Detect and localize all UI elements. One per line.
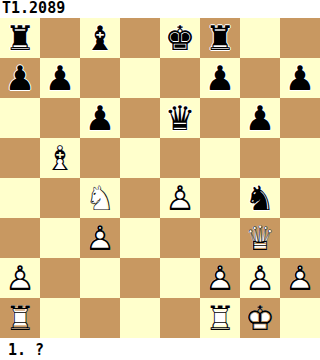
square-d7[interactable] (120, 58, 160, 98)
piece-outline-layer: ♙ (280, 258, 320, 298)
square-c5[interactable] (80, 138, 120, 178)
square-g2[interactable]: ♟♙ (240, 258, 280, 298)
piece-black-pawn[interactable]: ♟ (0, 58, 40, 98)
square-d5[interactable] (120, 138, 160, 178)
piece-outline-layer: ♕ (240, 218, 280, 258)
square-a5[interactable] (0, 138, 40, 178)
square-g7[interactable] (240, 58, 280, 98)
square-g4[interactable]: ♞ (240, 178, 280, 218)
square-f5[interactable] (200, 138, 240, 178)
square-b3[interactable] (40, 218, 80, 258)
piece-white-pawn[interactable]: ♟♙ (280, 258, 320, 298)
chess-board: ♜♝♚♜♟♟♟♟♟♛♟♝♗♞♘♟♙♞♟♙♛♕♟♙♟♙♟♙♟♙♜♖♜♖♚♔ (0, 18, 320, 338)
square-e2[interactable] (160, 258, 200, 298)
piece-black-king[interactable]: ♚ (160, 18, 200, 58)
piece-outline-layer: ♙ (240, 258, 280, 298)
square-e8[interactable]: ♚ (160, 18, 200, 58)
square-e1[interactable] (160, 298, 200, 338)
square-h5[interactable] (280, 138, 320, 178)
square-a4[interactable] (0, 178, 40, 218)
piece-black-queen[interactable]: ♛ (160, 98, 200, 138)
piece-outline-layer: ♗ (40, 138, 80, 178)
square-b2[interactable] (40, 258, 80, 298)
square-b5[interactable]: ♝♗ (40, 138, 80, 178)
piece-black-knight[interactable]: ♞ (240, 178, 280, 218)
square-d6[interactable] (120, 98, 160, 138)
piece-black-pawn[interactable]: ♟ (200, 58, 240, 98)
square-c4[interactable]: ♞♘ (80, 178, 120, 218)
square-f1[interactable]: ♜♖ (200, 298, 240, 338)
piece-black-bishop[interactable]: ♝ (80, 18, 120, 58)
square-f4[interactable] (200, 178, 240, 218)
square-b1[interactable] (40, 298, 80, 338)
move-prompt: 1. ? (0, 338, 320, 360)
square-c3[interactable]: ♟♙ (80, 218, 120, 258)
square-c8[interactable]: ♝ (80, 18, 120, 58)
square-h8[interactable] (280, 18, 320, 58)
square-f8[interactable]: ♜ (200, 18, 240, 58)
square-e3[interactable] (160, 218, 200, 258)
square-a1[interactable]: ♜♖ (0, 298, 40, 338)
square-f7[interactable]: ♟ (200, 58, 240, 98)
square-d4[interactable] (120, 178, 160, 218)
piece-outline-layer: ♖ (0, 298, 40, 338)
square-c2[interactable] (80, 258, 120, 298)
square-g8[interactable] (240, 18, 280, 58)
piece-white-king[interactable]: ♚♔ (240, 298, 280, 338)
square-d3[interactable] (120, 218, 160, 258)
piece-black-pawn[interactable]: ♟ (280, 58, 320, 98)
piece-black-rook[interactable]: ♜ (0, 18, 40, 58)
square-h6[interactable] (280, 98, 320, 138)
square-b8[interactable] (40, 18, 80, 58)
piece-white-pawn[interactable]: ♟♙ (0, 258, 40, 298)
piece-black-rook[interactable]: ♜ (200, 18, 240, 58)
square-h4[interactable] (280, 178, 320, 218)
square-c7[interactable] (80, 58, 120, 98)
puzzle-title: T1.2089 (0, 0, 320, 18)
square-e6[interactable]: ♛ (160, 98, 200, 138)
square-e5[interactable] (160, 138, 200, 178)
square-f6[interactable] (200, 98, 240, 138)
square-a6[interactable] (0, 98, 40, 138)
piece-white-knight[interactable]: ♞♘ (80, 178, 120, 218)
square-e4[interactable]: ♟♙ (160, 178, 200, 218)
square-h3[interactable] (280, 218, 320, 258)
square-a2[interactable]: ♟♙ (0, 258, 40, 298)
piece-outline-layer: ♖ (200, 298, 240, 338)
piece-black-pawn[interactable]: ♟ (240, 98, 280, 138)
square-a3[interactable] (0, 218, 40, 258)
square-a7[interactable]: ♟ (0, 58, 40, 98)
piece-outline-layer: ♙ (0, 258, 40, 298)
piece-white-rook[interactable]: ♜♖ (0, 298, 40, 338)
square-h1[interactable] (280, 298, 320, 338)
square-f2[interactable]: ♟♙ (200, 258, 240, 298)
piece-outline-layer: ♙ (200, 258, 240, 298)
square-d8[interactable] (120, 18, 160, 58)
piece-white-queen[interactable]: ♛♕ (240, 218, 280, 258)
square-b6[interactable] (40, 98, 80, 138)
piece-white-bishop[interactable]: ♝♗ (40, 138, 80, 178)
square-g5[interactable] (240, 138, 280, 178)
square-h7[interactable]: ♟ (280, 58, 320, 98)
piece-white-pawn[interactable]: ♟♙ (240, 258, 280, 298)
square-f3[interactable] (200, 218, 240, 258)
square-a8[interactable]: ♜ (0, 18, 40, 58)
piece-white-pawn[interactable]: ♟♙ (160, 178, 200, 218)
square-g6[interactable]: ♟ (240, 98, 280, 138)
piece-outline-layer: ♙ (80, 218, 120, 258)
square-b7[interactable]: ♟ (40, 58, 80, 98)
square-d2[interactable] (120, 258, 160, 298)
square-d1[interactable] (120, 298, 160, 338)
square-h2[interactable]: ♟♙ (280, 258, 320, 298)
square-c1[interactable] (80, 298, 120, 338)
piece-outline-layer: ♙ (160, 178, 200, 218)
piece-white-pawn[interactable]: ♟♙ (200, 258, 240, 298)
square-b4[interactable] (40, 178, 80, 218)
square-e7[interactable] (160, 58, 200, 98)
piece-white-pawn[interactable]: ♟♙ (80, 218, 120, 258)
piece-black-pawn[interactable]: ♟ (80, 98, 120, 138)
piece-white-rook[interactable]: ♜♖ (200, 298, 240, 338)
square-c6[interactable]: ♟ (80, 98, 120, 138)
piece-black-pawn[interactable]: ♟ (40, 58, 80, 98)
square-g3[interactable]: ♛♕ (240, 218, 280, 258)
piece-outline-layer: ♘ (80, 178, 120, 218)
square-g1[interactable]: ♚♔ (240, 298, 280, 338)
piece-outline-layer: ♔ (240, 298, 280, 338)
